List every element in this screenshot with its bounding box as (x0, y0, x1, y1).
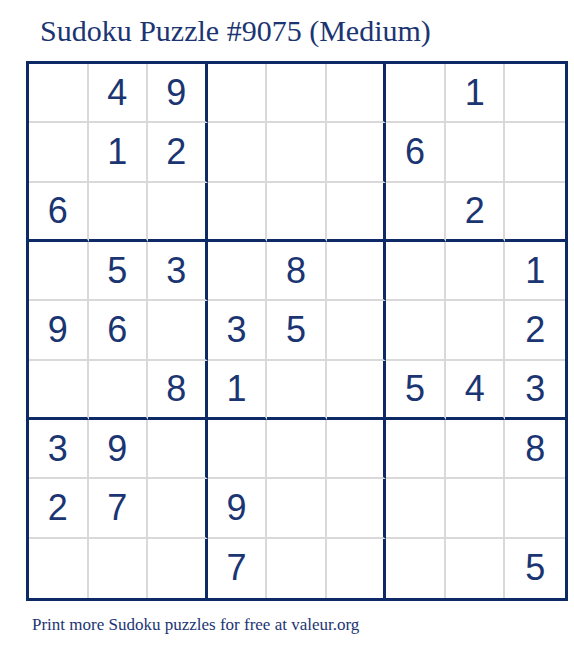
cell-r2c4[interactable] (208, 123, 268, 182)
cell-r2c6[interactable] (327, 123, 387, 182)
cell-r4c1[interactable] (29, 242, 89, 301)
cell-r5c7[interactable] (386, 301, 446, 360)
cell-r1c2[interactable]: 4 (89, 64, 149, 123)
cell-r1c8[interactable]: 1 (446, 64, 506, 123)
cell-r6c6[interactable] (327, 361, 387, 420)
footer-print-note: Print more Sudoku puzzles for free at va… (32, 615, 359, 635)
cell-r4c5[interactable]: 8 (267, 242, 327, 301)
cell-r9c2[interactable] (89, 539, 149, 598)
cell-r3c1[interactable]: 6 (29, 183, 89, 242)
cell-r1c3[interactable]: 9 (148, 64, 208, 123)
cell-r3c3[interactable] (148, 183, 208, 242)
cell-r8c5[interactable] (267, 479, 327, 538)
cell-r5c3[interactable] (148, 301, 208, 360)
cell-r8c4[interactable]: 9 (208, 479, 268, 538)
cell-r5c4[interactable]: 3 (208, 301, 268, 360)
cell-r8c6[interactable] (327, 479, 387, 538)
cell-r7c2[interactable]: 9 (89, 420, 149, 479)
cell-r2c7[interactable]: 6 (386, 123, 446, 182)
cell-r4c8[interactable] (446, 242, 506, 301)
cell-r3c8[interactable]: 2 (446, 183, 506, 242)
cell-r4c3[interactable]: 3 (148, 242, 208, 301)
cell-r9c8[interactable] (446, 539, 506, 598)
page-title: Sudoku Puzzle #9075 (Medium) (40, 14, 431, 48)
cell-r6c4[interactable]: 1 (208, 361, 268, 420)
cell-r3c6[interactable] (327, 183, 387, 242)
cell-r5c5[interactable]: 5 (267, 301, 327, 360)
cell-r3c7[interactable] (386, 183, 446, 242)
cell-r9c9[interactable]: 5 (505, 539, 565, 598)
cell-r5c1[interactable]: 9 (29, 301, 89, 360)
cell-r5c6[interactable] (327, 301, 387, 360)
cell-r5c2[interactable]: 6 (89, 301, 149, 360)
cell-r8c3[interactable] (148, 479, 208, 538)
cell-r6c7[interactable]: 5 (386, 361, 446, 420)
cell-r6c8[interactable]: 4 (446, 361, 506, 420)
cell-r4c6[interactable] (327, 242, 387, 301)
cell-r8c9[interactable] (505, 479, 565, 538)
cell-r8c8[interactable] (446, 479, 506, 538)
cell-r5c9[interactable]: 2 (505, 301, 565, 360)
cell-r6c1[interactable] (29, 361, 89, 420)
cell-r9c7[interactable] (386, 539, 446, 598)
sudoku-board: 491126625381963528154339827975 (26, 61, 568, 601)
cell-r2c9[interactable] (505, 123, 565, 182)
cell-r6c9[interactable]: 3 (505, 361, 565, 420)
cell-r1c4[interactable] (208, 64, 268, 123)
cell-r1c1[interactable] (29, 64, 89, 123)
cell-r9c5[interactable] (267, 539, 327, 598)
cell-r7c3[interactable] (148, 420, 208, 479)
cell-r1c7[interactable] (386, 64, 446, 123)
cell-r6c3[interactable]: 8 (148, 361, 208, 420)
cell-r9c4[interactable]: 7 (208, 539, 268, 598)
cell-r7c4[interactable] (208, 420, 268, 479)
cell-r8c2[interactable]: 7 (89, 479, 149, 538)
cell-r6c5[interactable] (267, 361, 327, 420)
cell-r1c5[interactable] (267, 64, 327, 123)
cell-r7c7[interactable] (386, 420, 446, 479)
cell-r2c2[interactable]: 1 (89, 123, 149, 182)
cell-r1c6[interactable] (327, 64, 387, 123)
cell-r5c8[interactable] (446, 301, 506, 360)
cell-r3c2[interactable] (89, 183, 149, 242)
cell-r2c1[interactable] (29, 123, 89, 182)
cell-r8c7[interactable] (386, 479, 446, 538)
cell-r2c3[interactable]: 2 (148, 123, 208, 182)
cell-r9c6[interactable] (327, 539, 387, 598)
cell-r4c9[interactable]: 1 (505, 242, 565, 301)
cell-r8c1[interactable]: 2 (29, 479, 89, 538)
cell-r1c9[interactable] (505, 64, 565, 123)
cell-r4c7[interactable] (386, 242, 446, 301)
cell-r2c8[interactable] (446, 123, 506, 182)
cell-r4c2[interactable]: 5 (89, 242, 149, 301)
cell-r7c1[interactable]: 3 (29, 420, 89, 479)
cell-r7c9[interactable]: 8 (505, 420, 565, 479)
cell-r7c6[interactable] (327, 420, 387, 479)
cell-r2c5[interactable] (267, 123, 327, 182)
cell-r7c5[interactable] (267, 420, 327, 479)
cell-r9c3[interactable] (148, 539, 208, 598)
cell-r9c1[interactable] (29, 539, 89, 598)
cell-r7c8[interactable] (446, 420, 506, 479)
cell-r6c2[interactable] (89, 361, 149, 420)
cell-r3c4[interactable] (208, 183, 268, 242)
cell-r3c9[interactable] (505, 183, 565, 242)
cell-r4c4[interactable] (208, 242, 268, 301)
cell-r3c5[interactable] (267, 183, 327, 242)
